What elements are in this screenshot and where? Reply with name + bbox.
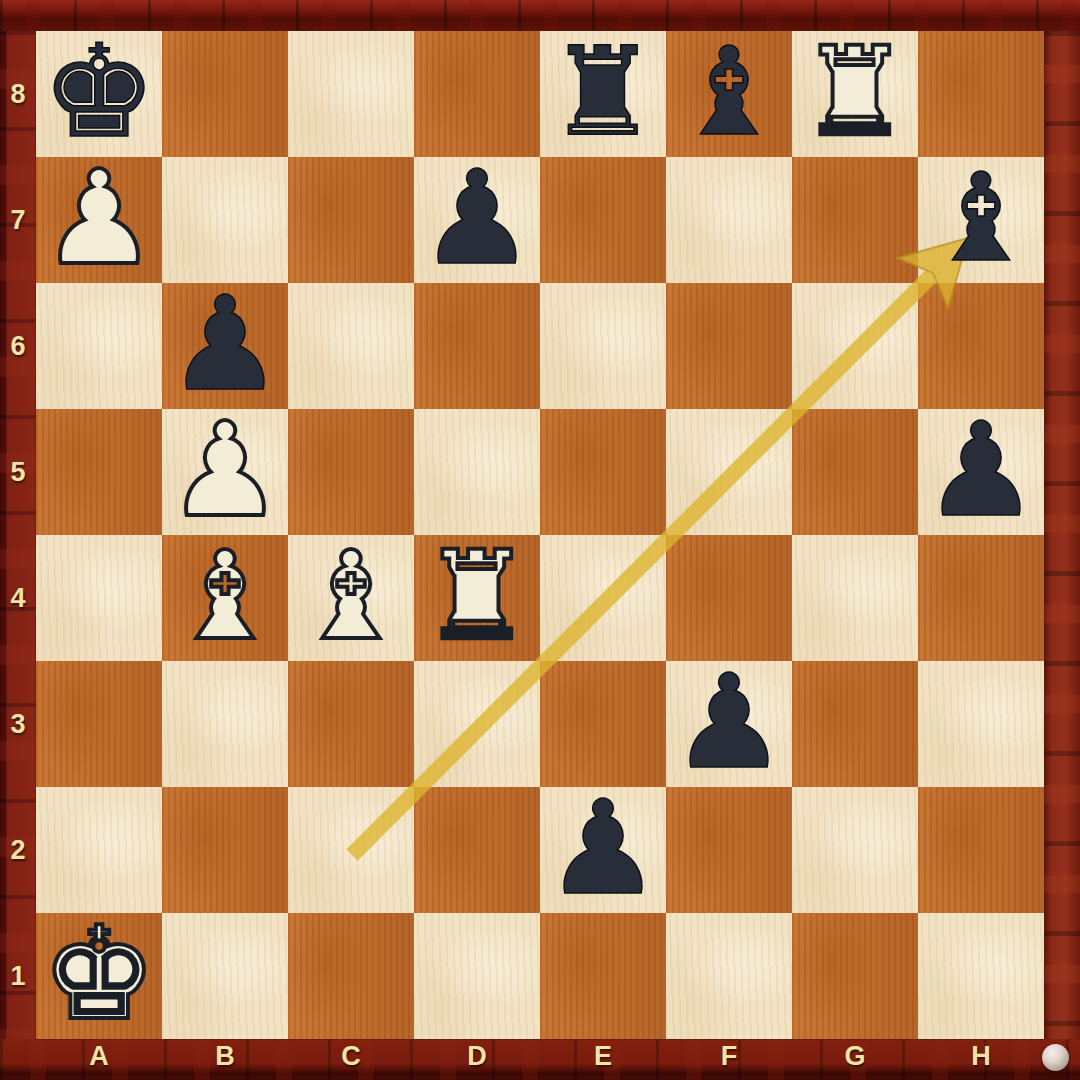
black-rook[interactable]: ♜: [548, 31, 657, 153]
rank-label-2: 2: [0, 787, 36, 913]
square-c5[interactable]: [288, 409, 414, 535]
black-pawn[interactable]: ♟: [419, 153, 536, 283]
corner-dot: [1042, 1044, 1069, 1071]
white-bishop[interactable]: ♝: [170, 535, 279, 657]
square-e4[interactable]: [540, 535, 666, 661]
square-e1[interactable]: [540, 913, 666, 1039]
square-f5[interactable]: [666, 409, 792, 535]
square-h2[interactable]: [918, 787, 1044, 913]
square-h5[interactable]: ♟: [918, 409, 1044, 535]
square-a6[interactable]: [36, 283, 162, 409]
file-label-g: G: [792, 1039, 918, 1073]
square-h3[interactable]: [918, 661, 1044, 787]
square-e3[interactable]: [540, 661, 666, 787]
board-frame-top: [0, 0, 1080, 31]
square-c2[interactable]: [288, 787, 414, 913]
square-h4[interactable]: [918, 535, 1044, 661]
square-d5[interactable]: [414, 409, 540, 535]
square-d7[interactable]: ♟: [414, 157, 540, 283]
rank-label-8: 8: [0, 31, 36, 157]
square-f1[interactable]: [666, 913, 792, 1039]
square-f4[interactable]: [666, 535, 792, 661]
chess-diagram: 87654321 ABCDEFGH ♚♜♝♜♟♟♝♟♟♟♝♝♜♟♟♚: [0, 0, 1080, 1080]
square-d2[interactable]: [414, 787, 540, 913]
black-pawn[interactable]: ♟: [545, 783, 662, 913]
square-a1[interactable]: ♚: [36, 913, 162, 1039]
square-c6[interactable]: [288, 283, 414, 409]
square-d8[interactable]: [414, 31, 540, 157]
square-f7[interactable]: [666, 157, 792, 283]
square-c3[interactable]: [288, 661, 414, 787]
black-pawn[interactable]: ♟: [671, 657, 788, 787]
square-e6[interactable]: [540, 283, 666, 409]
square-f6[interactable]: [666, 283, 792, 409]
square-a7[interactable]: ♟: [36, 157, 162, 283]
square-b3[interactable]: [162, 661, 288, 787]
square-d6[interactable]: [414, 283, 540, 409]
square-b2[interactable]: [162, 787, 288, 913]
square-f2[interactable]: [666, 787, 792, 913]
file-label-d: D: [414, 1039, 540, 1073]
square-c7[interactable]: [288, 157, 414, 283]
square-c1[interactable]: [288, 913, 414, 1039]
file-label-b: B: [162, 1039, 288, 1073]
square-g7[interactable]: [792, 157, 918, 283]
file-label-c: C: [288, 1039, 414, 1073]
rank-label-1: 1: [0, 913, 36, 1039]
file-label-e: E: [540, 1039, 666, 1073]
square-e7[interactable]: [540, 157, 666, 283]
square-g1[interactable]: [792, 913, 918, 1039]
square-g6[interactable]: [792, 283, 918, 409]
square-g8[interactable]: ♜: [792, 31, 918, 157]
rank-label-4: 4: [0, 535, 36, 661]
square-d4[interactable]: ♜: [414, 535, 540, 661]
chess-board: ♚♜♝♜♟♟♝♟♟♟♝♝♜♟♟♚: [36, 31, 1044, 1039]
rank-label-7: 7: [0, 157, 36, 283]
square-a5[interactable]: [36, 409, 162, 535]
black-pawn[interactable]: ♟: [167, 279, 284, 409]
square-h7[interactable]: ♝: [918, 157, 1044, 283]
file-labels: ABCDEFGH: [36, 1039, 1044, 1080]
square-b5[interactable]: ♟: [162, 409, 288, 535]
rank-label-5: 5: [0, 409, 36, 535]
square-a8[interactable]: ♚: [36, 31, 162, 157]
square-h8[interactable]: [918, 31, 1044, 157]
rank-label-3: 3: [0, 661, 36, 787]
file-label-f: F: [666, 1039, 792, 1073]
square-b8[interactable]: [162, 31, 288, 157]
square-e5[interactable]: [540, 409, 666, 535]
square-e2[interactable]: ♟: [540, 787, 666, 913]
white-pawn[interactable]: ♟: [167, 405, 284, 535]
white-rook[interactable]: ♜: [800, 31, 909, 153]
square-c8[interactable]: [288, 31, 414, 157]
board-frame-right: [1044, 31, 1080, 1039]
black-king[interactable]: ♚: [42, 28, 157, 156]
black-bishop[interactable]: ♝: [926, 157, 1035, 279]
white-pawn[interactable]: ♟: [41, 153, 158, 283]
square-a3[interactable]: [36, 661, 162, 787]
white-bishop[interactable]: ♝: [296, 535, 405, 657]
file-label-h: H: [918, 1039, 1044, 1073]
rank-labels: 87654321: [0, 31, 36, 1039]
white-king[interactable]: ♚: [42, 910, 157, 1038]
rank-label-6: 6: [0, 283, 36, 409]
square-b1[interactable]: [162, 913, 288, 1039]
square-g3[interactable]: [792, 661, 918, 787]
square-g2[interactable]: [792, 787, 918, 913]
square-f8[interactable]: ♝: [666, 31, 792, 157]
square-b7[interactable]: [162, 157, 288, 283]
square-b6[interactable]: ♟: [162, 283, 288, 409]
square-g4[interactable]: [792, 535, 918, 661]
square-d1[interactable]: [414, 913, 540, 1039]
square-g5[interactable]: [792, 409, 918, 535]
black-pawn[interactable]: ♟: [923, 405, 1040, 535]
square-h1[interactable]: [918, 913, 1044, 1039]
white-rook[interactable]: ♜: [422, 535, 531, 657]
square-h6[interactable]: [918, 283, 1044, 409]
square-e8[interactable]: ♜: [540, 31, 666, 157]
square-d3[interactable]: [414, 661, 540, 787]
square-f3[interactable]: ♟: [666, 661, 792, 787]
black-bishop[interactable]: ♝: [674, 31, 783, 153]
square-c4[interactable]: ♝: [288, 535, 414, 661]
square-b4[interactable]: ♝: [162, 535, 288, 661]
square-a2[interactable]: [36, 787, 162, 913]
square-a4[interactable]: [36, 535, 162, 661]
